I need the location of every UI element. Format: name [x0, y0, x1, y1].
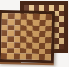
square	[59, 44, 64, 50]
front-chessboard-grid	[1, 13, 52, 60]
chessboards-product-photo	[0, 0, 69, 67]
square	[45, 54, 51, 60]
front-chessboard	[0, 10, 55, 63]
